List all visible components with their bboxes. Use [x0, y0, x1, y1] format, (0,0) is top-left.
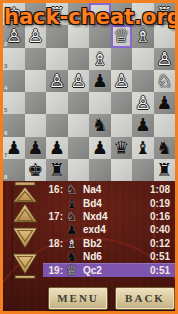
scroll-down-button[interactable]: [10, 227, 40, 249]
square-f3[interactable]: [46, 48, 68, 70]
black-knight-piece: ♞: [156, 139, 172, 157]
white-bishop-icon: ♗: [63, 237, 80, 250]
square-c7[interactable]: ♛: [111, 137, 133, 159]
move-row-exd4[interactable]: ♟exd40:40: [43, 223, 175, 236]
square-c8[interactable]: [111, 159, 133, 181]
square-b5[interactable]: ♙: [132, 92, 154, 114]
square-b6[interactable]: ♟: [132, 114, 154, 136]
square-a8[interactable]: ♜: [154, 159, 176, 181]
white-pawn-piece: ♙: [135, 94, 151, 112]
square-b7[interactable]: ♝: [132, 137, 154, 159]
square-d8[interactable]: [89, 159, 111, 181]
white-queen-icon: ♕: [63, 264, 80, 277]
rank-label-7: 7: [4, 152, 7, 159]
move-san: Nd6: [83, 251, 150, 262]
square-f8[interactable]: ♜: [46, 159, 68, 181]
square-d4[interactable]: ♟: [89, 70, 111, 92]
square-f5[interactable]: [46, 92, 68, 114]
chess-board: 1♔♖♖2♙♙♕♗3♗♙4♙♙♟♙♘5♙♟6♞♟7♟♟♟♟♛♝♞8♚♜♜: [3, 3, 175, 181]
rank-label-8: 8: [4, 174, 7, 181]
watermark-text: hack-cheat.org: [4, 5, 178, 29]
white-pawn-piece: ♙: [49, 72, 65, 90]
black-king-piece: ♚: [27, 161, 43, 179]
move-number: 19:: [43, 265, 63, 276]
scroll-to-end-button[interactable]: [10, 253, 40, 279]
square-a7[interactable]: ♞: [154, 137, 176, 159]
square-d6[interactable]: ♞: [89, 114, 111, 136]
move-list-panel: 16:♘Na41:08♝Bd40:1917:♘Nxd40:16♟exd40:40…: [3, 181, 175, 311]
black-bishop-icon: ♝: [63, 197, 80, 210]
white-queen-piece: ♕: [113, 27, 129, 45]
black-pawn-icon: ♟: [63, 223, 80, 236]
square-b4[interactable]: [132, 70, 154, 92]
square-a4[interactable]: ♘: [154, 70, 176, 92]
white-knight-piece: ♘: [156, 72, 172, 90]
move-time: 0:16: [150, 211, 170, 222]
move-time: 0:19: [150, 198, 170, 209]
rank-label-5: 5: [4, 107, 7, 114]
white-bishop-piece: ♗: [135, 27, 151, 45]
square-a3[interactable]: ♙: [154, 48, 176, 70]
move-row-Bd4[interactable]: ♝Bd40:19: [43, 196, 175, 209]
square-g7[interactable]: ♟: [25, 137, 47, 159]
move-number: 17:: [43, 211, 63, 222]
rank-label-2: 2: [4, 41, 7, 48]
move-row-Bb2[interactable]: 18:♗Bb20:12: [43, 237, 175, 250]
black-queen-piece: ♛: [113, 139, 129, 157]
black-knight-piece: ♞: [92, 116, 108, 134]
black-pawn-piece: ♟: [92, 139, 108, 157]
square-h7[interactable]: 7♟: [3, 137, 25, 159]
square-e4[interactable]: ♙: [68, 70, 90, 92]
white-pawn-piece: ♙: [113, 72, 129, 90]
white-pawn-piece: ♙: [70, 72, 86, 90]
black-rook-piece: ♜: [156, 161, 172, 179]
move-san: Na4: [83, 184, 150, 195]
square-d3[interactable]: ♗: [89, 48, 111, 70]
white-knight-icon: ♘: [63, 210, 80, 223]
square-e8[interactable]: [68, 159, 90, 181]
black-pawn-piece: ♟: [92, 72, 108, 90]
square-g4[interactable]: [25, 70, 47, 92]
move-san: exd4: [83, 224, 150, 235]
square-a6[interactable]: [154, 114, 176, 136]
scroll-to-start-button[interactable]: [10, 182, 40, 203]
move-san: Bd4: [83, 198, 150, 209]
white-knight-icon: ♘: [63, 183, 80, 196]
black-pawn-piece: ♟: [135, 116, 151, 134]
square-g8[interactable]: ♚: [25, 159, 47, 181]
move-san: Bb2: [83, 238, 150, 249]
square-e3[interactable]: [68, 48, 90, 70]
white-pawn-piece: ♙: [6, 27, 22, 45]
square-g5[interactable]: [25, 92, 47, 114]
square-b3[interactable]: [132, 48, 154, 70]
black-pawn-piece: ♟: [27, 139, 43, 157]
black-rook-piece: ♜: [49, 161, 65, 179]
move-time: 0:40: [150, 224, 170, 235]
white-pawn-piece: ♙: [27, 27, 43, 45]
menu-button[interactable]: MENU: [48, 287, 108, 310]
black-pawn-piece: ♟: [156, 94, 172, 112]
black-knight-icon: ♞: [63, 250, 80, 263]
back-button[interactable]: BACK: [115, 287, 175, 310]
black-pawn-piece: ♟: [6, 139, 22, 157]
square-c4[interactable]: ♙: [111, 70, 133, 92]
move-time: 1:08: [150, 184, 170, 195]
move-san: Nxd4: [83, 211, 150, 222]
move-time: 0:12: [150, 238, 170, 249]
move-time: 0:51: [150, 265, 170, 276]
square-e5[interactable]: [68, 92, 90, 114]
square-h4[interactable]: 4: [3, 70, 25, 92]
black-bishop-piece: ♝: [135, 139, 151, 157]
square-c6[interactable]: [111, 114, 133, 136]
move-row-Nd6[interactable]: ♞Nd60:51: [43, 250, 175, 263]
square-d7[interactable]: ♟: [89, 137, 111, 159]
move-number: 18:: [43, 238, 63, 249]
square-g6[interactable]: [25, 114, 47, 136]
square-f6[interactable]: [46, 114, 68, 136]
square-h3[interactable]: 3: [3, 48, 25, 70]
square-h6[interactable]: 6: [3, 114, 25, 136]
rank-label-6: 6: [4, 130, 7, 137]
square-d5[interactable]: [89, 92, 111, 114]
square-b8[interactable]: [132, 159, 154, 181]
square-c3[interactable]: [111, 48, 133, 70]
chess-app-screen: 1♔♖♖2♙♙♕♗3♗♙4♙♙♟♙♘5♙♟6♞♟7♟♟♟♟♛♝♞8♚♜♜ hac…: [0, 0, 178, 314]
move-time: 0:51: [150, 251, 170, 262]
move-list: 16:♘Na41:08♝Bd40:1917:♘Nxd40:16♟exd40:40…: [43, 183, 175, 277]
white-pawn-piece: ♙: [156, 50, 172, 68]
square-f7[interactable]: ♟: [46, 137, 68, 159]
move-number: 16:: [43, 184, 63, 195]
move-san: Qc2: [83, 265, 150, 276]
square-e7[interactable]: [68, 137, 90, 159]
rank-label-4: 4: [4, 85, 7, 92]
move-row-Na4[interactable]: 16:♘Na41:08: [43, 183, 175, 196]
scroll-up-button[interactable]: [10, 203, 40, 223]
square-h8[interactable]: 8: [3, 159, 25, 181]
square-a5[interactable]: ♟: [154, 92, 176, 114]
white-bishop-piece: ♗: [92, 50, 108, 68]
move-row-Qc2[interactable]: 19:♕Qc20:51: [43, 263, 175, 276]
square-f4[interactable]: ♙: [46, 70, 68, 92]
square-c5[interactable]: [111, 92, 133, 114]
square-h5[interactable]: 5: [3, 92, 25, 114]
black-pawn-piece: ♟: [49, 139, 65, 157]
rank-label-3: 3: [4, 63, 7, 70]
square-g3[interactable]: [25, 48, 47, 70]
square-e6[interactable]: [68, 114, 90, 136]
move-row-Nxd4[interactable]: 17:♘Nxd40:16: [43, 210, 175, 223]
